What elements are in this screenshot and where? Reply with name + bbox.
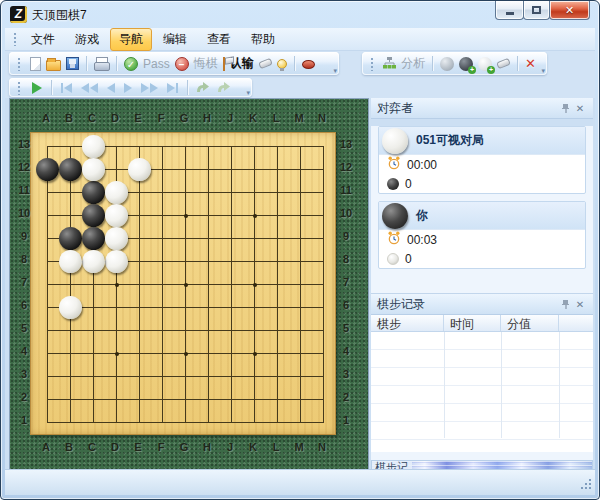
star-point [253,214,257,218]
player-time: 00:00 [407,158,437,172]
moves-panel-header: 棋步记录 ✕ [371,294,593,315]
separator [187,80,188,95]
app-logo-icon: Z [10,6,27,23]
player-card: 051可视对局 00:00 0 [378,126,586,194]
toolbar-row-2: ▾ [5,77,595,98]
separator [517,56,518,71]
black-stone-A12[interactable]: ● [36,158,59,181]
pass-button[interactable]: Pass [143,57,170,71]
pin-icon[interactable] [559,101,573,115]
white-stone-E12[interactable]: ○ [128,158,151,181]
player-captures: 0 [405,177,412,191]
first-move-button[interactable] [59,83,74,93]
board-grid[interactable]: ●●●●●●○○○○○○○○○○ [47,146,324,423]
black-stone-B12[interactable]: ● [59,158,82,181]
coord-number-left: 7 [14,276,34,288]
open-file-icon[interactable] [46,60,61,71]
navigation-toolbar: ▾ [9,78,252,97]
coord-letter-top: F [153,112,169,124]
coord-letter-bottom: G [176,441,192,453]
coord-number-right: 2 [336,391,356,403]
players-panel-body: 051可视对局 00:00 0 [371,126,593,294]
coord-letter-bottom: M [291,441,307,453]
resize-grip[interactable] [579,479,591,491]
try-move-icon[interactable] [440,57,454,71]
coord-number-right: 11 [336,184,356,196]
coord-letter-bottom: N [314,441,330,453]
right-triangle-icon [141,83,149,93]
moves-table-header: 棋步 时间 分值 [371,315,593,332]
coord-number-left: 13 [14,138,34,150]
toolbar-grip[interactable] [370,57,374,71]
left-triangle-icon [90,83,98,93]
star-point [115,352,119,356]
coord-letter-top: N [314,112,330,124]
captured-stone-icon [387,253,399,265]
coord-letter-bottom: K [245,441,261,453]
next-move-button[interactable] [122,83,134,93]
black-stone-C10[interactable]: ● [82,204,105,227]
coord-number-left: 6 [14,299,34,311]
coord-letter-top: A [38,112,54,124]
go-board[interactable]: ●●●●●●○○○○○○○○○○ [30,132,336,435]
main-area: ●●●●●●○○○○○○○○○○ AABBCCDDEEFFGGHHJJKKLLM… [5,98,595,469]
player-name: 051可视对局 [416,132,484,149]
previous-variation-icon[interactable] [195,79,211,97]
coord-number-right: 12 [336,161,356,173]
toolbar-overflow-chevron[interactable]: ▾ [246,89,250,96]
star-point [184,283,188,287]
coord-letter-bottom: C [84,441,100,453]
file-game-toolbar: ✓ Pass − 悔棋 认输 ▾ [9,52,339,75]
coord-number-right: 7 [336,276,356,288]
coord-letter-top: C [84,112,100,124]
side-panels: 对弈者 ✕ 051可视对局 [371,98,593,471]
menu-item-edit[interactable]: 编辑 [154,28,196,51]
window-frame: Z 天顶围棋7 ✕ 文件 游戏 导航 编辑 查看 帮助 [0,0,600,500]
white-stone-B8[interactable]: ○ [59,250,82,273]
print-icon[interactable] [94,59,109,71]
coord-letter-top: L [268,112,284,124]
panel-close-icon[interactable]: ✕ [573,297,587,311]
coord-number-right: 9 [336,230,356,242]
close-button[interactable]: ✕ [549,1,590,20]
pin-icon[interactable] [559,297,573,311]
player-time-row: 00:03 [379,230,585,249]
close-icon: ✕ [565,4,574,17]
coord-number-right: 10 [336,207,356,219]
coord-number-left: 11 [14,184,34,196]
right-triangle-icon [124,83,132,93]
players-panel-title: 对弈者 [377,100,559,117]
panel-close-icon[interactable]: ✕ [573,101,587,115]
coord-number-right: 1 [336,414,356,426]
coord-number-left: 12 [14,161,34,173]
last-move-button[interactable] [165,83,180,93]
toolbar-overflow-chevron[interactable]: ▾ [541,67,545,74]
play-button[interactable] [30,82,44,94]
white-stone-D10[interactable]: ○ [105,204,128,227]
black-stone-avatar [382,203,408,229]
last-bar-icon [176,83,178,93]
eraser-icon[interactable] [258,58,273,69]
maximize-button[interactable] [523,1,550,20]
separator [432,56,433,71]
coord-number-left: 8 [14,253,34,265]
column-header-move[interactable]: 棋步 [371,315,444,331]
coord-letter-bottom: J [222,441,238,453]
first-bar-icon [61,83,63,93]
status-bar [5,469,595,495]
player-time-row: 00:00 [379,155,585,174]
minimize-icon [506,12,514,15]
coord-letter-top: E [130,112,146,124]
coord-number-right: 6 [336,299,356,311]
coord-number-right: 8 [336,253,356,265]
toolbar-overflow-chevron[interactable]: ▾ [333,67,337,74]
coord-number-left: 10 [14,207,34,219]
separator [51,80,52,95]
moves-panel-gap [371,452,593,460]
undo-move-button[interactable]: 悔棋 [194,55,218,72]
separator [116,56,117,71]
column-header-blank [559,315,593,331]
coord-number-left: 2 [14,391,34,403]
menu-item-view[interactable]: 查看 [198,28,240,51]
white-stone-C12[interactable]: ○ [82,158,105,181]
coord-number-right: 4 [336,345,356,357]
left-triangle-icon [64,83,72,93]
separator [294,56,295,71]
analyze-button[interactable]: 分析 [401,55,425,72]
menu-item-game[interactable]: 游戏 [66,28,108,51]
white-stone-C8[interactable]: ○ [82,250,105,273]
player-name-row: 你 [379,202,585,230]
previous-move-button[interactable] [105,83,117,93]
coord-letter-top: H [199,112,215,124]
coord-number-right: 5 [336,322,356,334]
next-variation-icon[interactable] [216,79,232,97]
captured-stone-icon [387,178,399,190]
coord-number-left: 4 [14,345,34,357]
play-icon [32,82,42,94]
white-stone-D9[interactable]: ○ [105,227,128,250]
application-window: Z 天顶围棋7 ✕ 文件 游戏 导航 编辑 查看 帮助 [0,0,600,500]
stone-marker-icon[interactable] [302,60,315,69]
moves-panel-title: 棋步记录 [377,296,559,313]
save-file-icon[interactable] [66,57,79,70]
flag-cloth [225,56,234,64]
coord-number-left: 1 [14,414,34,426]
goban-area: ●●●●●●○○○○○○○○○○ AABBCCDDEEFFGGHHJJKKLLM… [9,98,369,471]
coord-number-left: 9 [14,230,34,242]
plus-badge-icon: + [468,66,476,74]
star-point [253,352,257,356]
star-point [184,352,188,356]
coord-number-right: 3 [336,368,356,380]
toolbar-grip[interactable] [17,81,21,95]
clock-icon [387,156,401,173]
player-name-row: 051可视对局 [379,127,585,155]
player-captures: 0 [405,252,412,266]
coord-letter-bottom: A [38,441,54,453]
menu-item-navigate[interactable]: 导航 [110,28,152,51]
menu-item-help[interactable]: 帮助 [242,28,284,51]
player-time: 00:03 [407,233,437,247]
undo-move-icon[interactable]: − [175,57,189,71]
plus-badge-icon: + [487,66,495,74]
cancel-analysis-icon[interactable]: ✕ [525,56,536,71]
coord-letter-bottom: H [199,441,215,453]
white-stone-D8[interactable]: ○ [105,250,128,273]
coord-number-right: 13 [336,138,356,150]
minimize-button[interactable] [495,1,524,20]
coord-number-left: 5 [14,322,34,334]
menu-grip[interactable] [13,32,17,46]
coord-letter-bottom: D [107,441,123,453]
white-stone-C13[interactable]: ○ [82,135,105,158]
white-stone-D11[interactable]: ○ [105,181,128,204]
coord-letter-bottom: E [130,441,146,453]
coord-number-left: 3 [14,368,34,380]
toolbar-row-1: ✓ Pass − 悔棋 认输 ▾ 分析 [5,51,595,77]
toolbar-grip[interactable] [17,57,21,71]
add-black-stone-icon[interactable]: + [459,57,473,71]
coord-letter-top: K [245,112,261,124]
player-card: 你 00:03 0 [378,201,586,269]
add-white-stone-icon[interactable]: + [478,57,492,71]
right-triangle-icon [167,83,175,93]
black-stone-B9[interactable]: ● [59,227,82,250]
column-header-score[interactable]: 分值 [501,315,559,331]
coord-letter-bottom: B [61,441,77,453]
fast-back-button[interactable] [79,83,100,93]
coord-letter-top: B [61,112,77,124]
coord-letter-top: G [176,112,192,124]
players-panel-header: 对弈者 ✕ [371,98,593,119]
window-title: 天顶围棋7 [32,7,87,24]
coord-letter-bottom: L [268,441,284,453]
client-area: 文件 游戏 导航 编辑 查看 帮助 ✓ Pass [5,28,595,495]
moves-table-body[interactable] [371,332,593,452]
white-stone-avatar [382,128,408,154]
black-stone-C11[interactable]: ● [82,181,105,204]
star-point [253,283,257,287]
analyze-tree-icon[interactable] [383,55,396,73]
white-stone-B6[interactable]: ○ [59,296,82,319]
player-captures-row: 0 [379,249,585,268]
menu-item-file[interactable]: 文件 [22,28,64,51]
coord-letter-top: J [222,112,238,124]
column-header-time[interactable]: 时间 [444,315,501,331]
coord-letter-top: M [291,112,307,124]
menu-bar: 文件 游戏 导航 编辑 查看 帮助 [5,28,595,51]
hint-icon[interactable] [277,59,287,69]
star-point [184,214,188,218]
separator [86,56,87,71]
pass-icon[interactable]: ✓ [124,57,138,71]
player-name: 你 [416,207,428,224]
clock-icon [387,231,401,248]
left-triangle-icon [107,83,115,93]
star-point [115,283,119,287]
right-triangle-icon [150,83,158,93]
coord-letter-bottom: F [153,441,169,453]
maximize-icon [532,6,541,14]
analysis-toolbar: 分析 + + ✕ ▾ [362,52,547,75]
resize-grip-dots [589,479,591,481]
fast-forward-button[interactable] [139,83,160,93]
remove-stone-icon[interactable] [496,58,511,69]
new-file-icon[interactable] [30,57,41,71]
coord-letter-top: D [107,112,123,124]
left-triangle-icon [81,83,89,93]
title-bar[interactable]: Z 天顶围棋7 ✕ [1,1,599,28]
black-stone-C9[interactable]: ● [82,227,105,250]
resign-flag-icon[interactable] [223,57,225,71]
player-captures-row: 0 [379,174,585,193]
